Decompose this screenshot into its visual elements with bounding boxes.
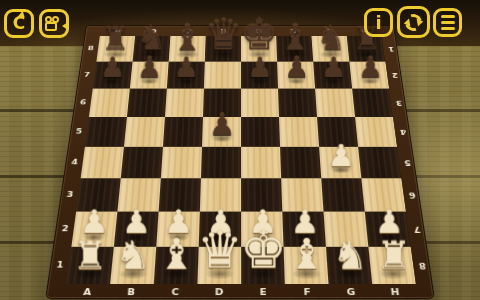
file-label-bottom-F: F bbox=[285, 284, 330, 300]
white-rook-glyph: ♜ bbox=[376, 236, 411, 275]
file-label-bottom-H: H bbox=[372, 284, 418, 300]
c-rotate-icon: C bbox=[13, 15, 25, 32]
info-icon: i bbox=[375, 14, 381, 32]
app-screen: 8765432112345678HGFEDCBAABCDEFGH♜♞♝♛♚♝♞♜… bbox=[0, 0, 480, 300]
menu-button[interactable] bbox=[433, 8, 462, 37]
black-pawn-glyph: ♟ bbox=[320, 54, 345, 82]
file-label-bottom-A: A bbox=[64, 284, 110, 300]
black-pawn-glyph: ♟ bbox=[208, 110, 235, 140]
rank-label-right-2: 2 bbox=[385, 62, 404, 89]
black-pawn-glyph: ♟ bbox=[99, 54, 124, 82]
square-f5[interactable] bbox=[279, 117, 319, 147]
square-e4[interactable] bbox=[241, 147, 281, 179]
rank-label-right-6: 6 bbox=[401, 178, 422, 211]
refresh-button[interactable] bbox=[397, 6, 430, 38]
chess-board[interactable]: 8765432112345678HGFEDCBAABCDEFGH♜♞♝♛♚♝♞♜… bbox=[45, 25, 435, 299]
square-a4[interactable] bbox=[81, 147, 124, 179]
black-king-glyph: ♚ bbox=[239, 12, 278, 55]
square-d7[interactable] bbox=[204, 62, 241, 89]
menu-icon bbox=[441, 15, 455, 30]
info-button[interactable]: i bbox=[364, 8, 393, 37]
black-pawn-glyph: ♟ bbox=[283, 54, 308, 82]
white-bishop-glyph: ♝ bbox=[157, 233, 195, 275]
refresh-icon bbox=[402, 11, 425, 34]
file-label-bottom-B: B bbox=[108, 284, 153, 300]
black-queen-glyph: ♛ bbox=[204, 13, 242, 55]
white-queen-glyph: ♛ bbox=[196, 224, 242, 275]
file-label-bottom-D: D bbox=[197, 284, 241, 300]
rotate-button[interactable]: C bbox=[4, 9, 34, 38]
square-h5[interactable] bbox=[355, 117, 397, 147]
square-b6[interactable] bbox=[127, 89, 167, 117]
black-pawn-glyph: ♟ bbox=[247, 54, 272, 82]
square-h6[interactable] bbox=[352, 89, 393, 117]
file-label-bottom-E: E bbox=[241, 284, 285, 300]
square-b5[interactable] bbox=[124, 117, 165, 147]
file-label-bottom-C: C bbox=[153, 284, 198, 300]
square-a6[interactable] bbox=[89, 89, 130, 117]
white-pawn-glyph: ♟ bbox=[327, 140, 354, 171]
file-label-bottom-G: G bbox=[329, 284, 374, 300]
square-e5[interactable] bbox=[241, 117, 280, 147]
black-pawn-glyph: ♟ bbox=[357, 54, 382, 82]
square-g3[interactable] bbox=[321, 178, 365, 211]
rank-label-right-1: 1 bbox=[382, 36, 400, 62]
video-camera-icon bbox=[45, 16, 64, 31]
square-d4[interactable] bbox=[201, 147, 241, 179]
white-rook-glyph: ♜ bbox=[72, 236, 107, 275]
black-pawn-glyph: ♟ bbox=[136, 54, 161, 82]
square-g6[interactable] bbox=[315, 89, 355, 117]
white-king-glyph: ♚ bbox=[239, 223, 286, 275]
square-c6[interactable] bbox=[165, 89, 204, 117]
black-pawn-glyph: ♟ bbox=[173, 54, 198, 82]
white-knight-glyph: ♞ bbox=[332, 235, 368, 275]
square-c5[interactable] bbox=[163, 117, 203, 147]
square-b4[interactable] bbox=[121, 147, 163, 179]
camera-view-button[interactable] bbox=[39, 9, 69, 38]
square-f4[interactable] bbox=[280, 147, 321, 179]
board-scene: 8765432112345678HGFEDCBAABCDEFGH♜♞♝♛♚♝♞♜… bbox=[0, 0, 480, 300]
rank-label-right-3: 3 bbox=[389, 89, 408, 117]
square-f6[interactable] bbox=[278, 89, 317, 117]
square-a5[interactable] bbox=[85, 117, 127, 147]
square-c4[interactable] bbox=[161, 147, 202, 179]
square-e6[interactable] bbox=[241, 89, 279, 117]
white-bishop-glyph: ♝ bbox=[287, 233, 325, 275]
square-h4[interactable] bbox=[358, 147, 401, 179]
white-knight-glyph: ♞ bbox=[115, 235, 151, 275]
rank-label-right-4: 4 bbox=[393, 117, 413, 147]
